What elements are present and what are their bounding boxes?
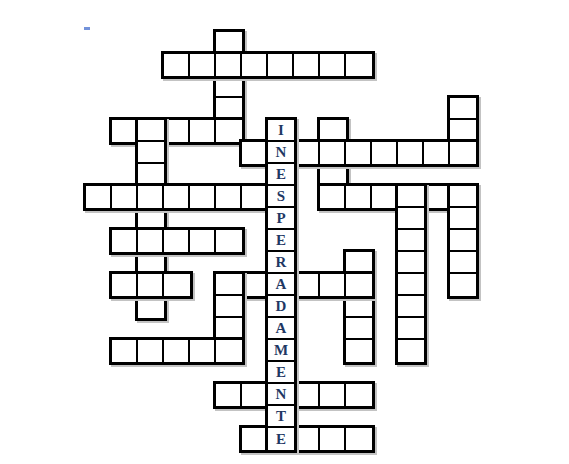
- cell-r7-c7-letter: S: [268, 186, 294, 208]
- cell-r9-c5: [216, 230, 242, 252]
- word-col14-lower: [447, 183, 479, 299]
- cell-r7-c12: [398, 186, 424, 208]
- cell-r1-c10: [346, 54, 372, 76]
- cell-r2-c5: [216, 76, 242, 98]
- word-col12-down: [395, 183, 427, 365]
- cell-r12-c10: [346, 296, 372, 318]
- cell-r11-c7-letter: A: [268, 274, 294, 296]
- word-row1-across: [161, 51, 375, 79]
- cell-r18-c9: [320, 428, 346, 450]
- cell-r1-c3: [164, 54, 190, 76]
- cell-r14-c1: [112, 340, 138, 362]
- cell-r11-c12: [398, 274, 424, 296]
- cell-r5-c11: [372, 142, 398, 164]
- cell-r13-c7-letter: A: [268, 318, 294, 340]
- cell-r7-c10: [346, 186, 372, 208]
- cell-r11-c2: [138, 274, 164, 296]
- cell-r14-c12: [398, 340, 424, 362]
- word-central: INESPERADAMENTE: [265, 117, 297, 453]
- cell-r5-c14: [450, 142, 476, 164]
- cell-r13-c10: [346, 318, 372, 340]
- word-row11-left: [109, 271, 193, 299]
- cell-r18-c7-letter: E: [268, 428, 294, 450]
- cell-r10-c14: [450, 252, 476, 274]
- cell-r9-c12: [398, 230, 424, 252]
- cell-r1-c7: [268, 54, 294, 76]
- cell-r6-c7-letter: E: [268, 164, 294, 186]
- cell-r11-c14: [450, 274, 476, 296]
- cell-r1-c4: [190, 54, 216, 76]
- cell-r9-c14: [450, 230, 476, 252]
- cell-r14-c3: [164, 340, 190, 362]
- cell-r4-c7-letter: I: [268, 120, 294, 142]
- cell-r16-c10: [346, 384, 372, 406]
- cell-r16-c8: [294, 384, 320, 406]
- cell-r14-c2: [138, 340, 164, 362]
- cell-r5-c10: [346, 142, 372, 164]
- word-row14-across: [109, 337, 245, 365]
- cell-r18-c10: [346, 428, 372, 450]
- cell-r4-c3: [164, 120, 190, 142]
- cell-r7-c4: [190, 186, 216, 208]
- cell-r10-c7-letter: R: [268, 252, 294, 274]
- cell-r7-c5: [216, 186, 242, 208]
- cell-r9-c2: [138, 230, 164, 252]
- cell-r9-c4: [190, 230, 216, 252]
- cell-r5-c7-letter: N: [268, 142, 294, 164]
- cell-r16-c7-letter: N: [268, 384, 294, 406]
- cell-r16-c9: [320, 384, 346, 406]
- cell-r5-c13: [424, 142, 450, 164]
- cell-r5-c9: [320, 142, 346, 164]
- cell-r12-c7-letter: D: [268, 296, 294, 318]
- cell-r11-c3: [164, 274, 190, 296]
- cell-r7-c2: [138, 186, 164, 208]
- cell-r7-c1: [112, 186, 138, 208]
- cell-r11-c10: [346, 274, 372, 296]
- cell-r11-c1: [112, 274, 138, 296]
- cell-r12-c2: [138, 296, 164, 318]
- page: { "game": "crossword", "answer_word": "I…: [0, 0, 569, 464]
- word-row4-across: [109, 117, 245, 145]
- cell-r13-c12: [398, 318, 424, 340]
- cell-r5-c8: [294, 142, 320, 164]
- cell-r18-c8: [294, 428, 320, 450]
- cell-r5-c12: [398, 142, 424, 164]
- cell-r4-c2: [138, 120, 164, 142]
- cell-r12-c12: [398, 296, 424, 318]
- cell-r5-c2: [138, 142, 164, 164]
- cell-r1-c6: [242, 54, 268, 76]
- cell-r17-c7-letter: T: [268, 406, 294, 428]
- cell-r14-c7-letter: M: [268, 340, 294, 362]
- cell-r11-c8: [294, 274, 320, 296]
- word-row18-across: [239, 425, 375, 453]
- word-col10-down: [343, 249, 375, 365]
- cell-r14-c5: [216, 340, 242, 362]
- cell-r1-c8: [294, 54, 320, 76]
- cell-r11-c9: [320, 274, 346, 296]
- cell-r9-c1: [112, 230, 138, 252]
- cell-r14-c4: [190, 340, 216, 362]
- cell-r1-c5: [216, 54, 242, 76]
- cell-r15-c7-letter: E: [268, 362, 294, 384]
- cell-r1-c9: [320, 54, 346, 76]
- cell-r8-c7-letter: P: [268, 208, 294, 230]
- cell-r7-c0: [86, 186, 112, 208]
- cell-r8-c14: [450, 208, 476, 230]
- cell-r7-c3: [164, 186, 190, 208]
- cursor-artifact: [84, 27, 90, 30]
- cell-r7-c9: [320, 186, 346, 208]
- cell-r12-c5: [216, 296, 242, 318]
- cell-r9-c7-letter: E: [268, 230, 294, 252]
- cell-r10-c12: [398, 252, 424, 274]
- crossword-board: INESPERADAMENTE: [0, 0, 569, 464]
- cell-r8-c12: [398, 208, 424, 230]
- cell-r14-c10: [346, 340, 372, 362]
- cell-r3-c14: [450, 98, 476, 120]
- cell-r4-c4: [190, 120, 216, 142]
- word-row9-across: [109, 227, 245, 255]
- cell-r7-c14: [450, 186, 476, 208]
- cell-r9-c3: [164, 230, 190, 252]
- cell-r11-c5: [216, 274, 242, 296]
- cell-r16-c5: [216, 384, 242, 406]
